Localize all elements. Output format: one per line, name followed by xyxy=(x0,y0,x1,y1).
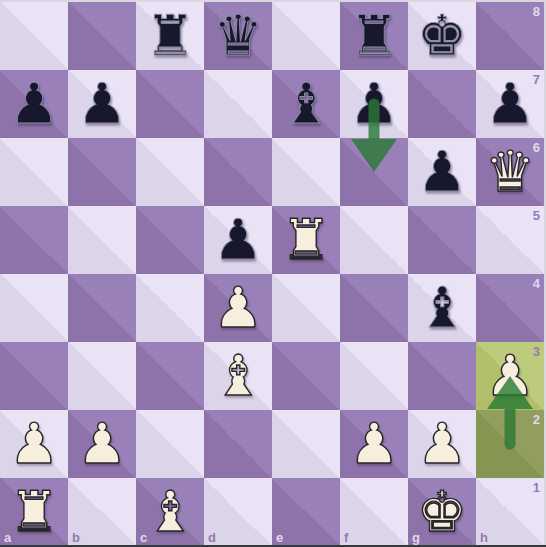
square-g1[interactable]: g♚ xyxy=(408,478,476,546)
white-pawn-b2[interactable]: ♟ xyxy=(68,410,136,478)
square-a7[interactable]: ♟ xyxy=(0,70,68,138)
square-c1[interactable]: c♝ xyxy=(136,478,204,546)
square-a2[interactable]: ♟ xyxy=(0,410,68,478)
square-h3[interactable]: 3♟ xyxy=(476,342,544,410)
square-f5[interactable] xyxy=(340,206,408,274)
square-f7[interactable]: ♟ xyxy=(340,70,408,138)
square-h6[interactable]: 6♛ xyxy=(476,138,544,206)
square-e5[interactable]: ♜ xyxy=(272,206,340,274)
square-e3[interactable] xyxy=(272,342,340,410)
square-b1[interactable]: b xyxy=(68,478,136,546)
square-d6[interactable] xyxy=(204,138,272,206)
black-pawn-b7[interactable]: ♟ xyxy=(68,70,136,138)
square-e2[interactable] xyxy=(272,410,340,478)
square-c6[interactable] xyxy=(136,138,204,206)
black-pawn-g6[interactable]: ♟ xyxy=(408,138,476,206)
rank-label-8: 8 xyxy=(533,5,540,18)
black-rook-f8[interactable]: ♜ xyxy=(340,2,408,70)
square-a5[interactable] xyxy=(0,206,68,274)
chess-board-page: ♜♛♜♚8♟♟♝♟7♟♟6♛♟♜5♟♝4♝3♟♟♟♟♟2a♜bc♝defg♚1h xyxy=(0,0,546,547)
square-h1[interactable]: 1h xyxy=(476,478,544,546)
square-b7[interactable]: ♟ xyxy=(68,70,136,138)
white-rook-e5[interactable]: ♜ xyxy=(272,206,340,274)
square-c5[interactable] xyxy=(136,206,204,274)
square-g8[interactable]: ♚ xyxy=(408,2,476,70)
square-e6[interactable] xyxy=(272,138,340,206)
square-h8[interactable]: 8 xyxy=(476,2,544,70)
square-d5[interactable]: ♟ xyxy=(204,206,272,274)
square-d4[interactable]: ♟ xyxy=(204,274,272,342)
square-a1[interactable]: a♜ xyxy=(0,478,68,546)
square-a6[interactable] xyxy=(0,138,68,206)
white-pawn-g2[interactable]: ♟ xyxy=(408,410,476,478)
file-label-e: e xyxy=(276,531,283,544)
square-b5[interactable] xyxy=(68,206,136,274)
square-a3[interactable] xyxy=(0,342,68,410)
black-pawn-h7[interactable]: ♟ xyxy=(476,70,544,138)
white-pawn-a2[interactable]: ♟ xyxy=(0,410,68,478)
square-c2[interactable] xyxy=(136,410,204,478)
file-label-b: b xyxy=(72,531,80,544)
file-label-d: d xyxy=(208,531,216,544)
black-rook-c8[interactable]: ♜ xyxy=(136,2,204,70)
black-bishop-g4[interactable]: ♝ xyxy=(408,274,476,342)
square-g5[interactable] xyxy=(408,206,476,274)
white-queen-h6[interactable]: ♛ xyxy=(476,138,544,206)
square-g6[interactable]: ♟ xyxy=(408,138,476,206)
white-pawn-d4[interactable]: ♟ xyxy=(204,274,272,342)
square-b8[interactable] xyxy=(68,2,136,70)
square-f6[interactable] xyxy=(340,138,408,206)
square-c3[interactable] xyxy=(136,342,204,410)
rank-label-5: 5 xyxy=(533,209,540,222)
white-pawn-f2[interactable]: ♟ xyxy=(340,410,408,478)
white-rook-a1[interactable]: ♜ xyxy=(0,478,68,546)
rank-label-1: 1 xyxy=(533,481,540,494)
white-king-g1[interactable]: ♚ xyxy=(408,478,476,546)
square-g2[interactable]: ♟ xyxy=(408,410,476,478)
square-d2[interactable] xyxy=(204,410,272,478)
black-pawn-d5[interactable]: ♟ xyxy=(204,206,272,274)
square-c4[interactable] xyxy=(136,274,204,342)
square-b3[interactable] xyxy=(68,342,136,410)
square-d1[interactable]: d xyxy=(204,478,272,546)
square-b4[interactable] xyxy=(68,274,136,342)
square-g3[interactable] xyxy=(408,342,476,410)
rank-label-4: 4 xyxy=(533,277,540,290)
square-e7[interactable]: ♝ xyxy=(272,70,340,138)
square-e4[interactable] xyxy=(272,274,340,342)
chess-board: ♜♛♜♚8♟♟♝♟7♟♟6♛♟♜5♟♝4♝3♟♟♟♟♟2a♜bc♝defg♚1h xyxy=(0,2,544,546)
square-a4[interactable] xyxy=(0,274,68,342)
black-bishop-e7[interactable]: ♝ xyxy=(272,70,340,138)
square-b6[interactable] xyxy=(68,138,136,206)
square-c7[interactable] xyxy=(136,70,204,138)
square-e1[interactable]: e xyxy=(272,478,340,546)
square-c8[interactable]: ♜ xyxy=(136,2,204,70)
square-h4[interactable]: 4 xyxy=(476,274,544,342)
square-f2[interactable]: ♟ xyxy=(340,410,408,478)
black-queen-d8[interactable]: ♛ xyxy=(204,2,272,70)
black-king-g8[interactable]: ♚ xyxy=(408,2,476,70)
white-bishop-c1[interactable]: ♝ xyxy=(136,478,204,546)
square-d7[interactable] xyxy=(204,70,272,138)
square-d3[interactable]: ♝ xyxy=(204,342,272,410)
file-label-h: h xyxy=(480,531,488,544)
square-h5[interactable]: 5 xyxy=(476,206,544,274)
file-label-f: f xyxy=(344,531,348,544)
square-f1[interactable]: f xyxy=(340,478,408,546)
square-f3[interactable] xyxy=(340,342,408,410)
square-e8[interactable] xyxy=(272,2,340,70)
square-f4[interactable] xyxy=(340,274,408,342)
square-h2[interactable]: 2 xyxy=(476,410,544,478)
white-pawn-h3[interactable]: ♟ xyxy=(476,342,544,410)
square-g7[interactable] xyxy=(408,70,476,138)
square-g4[interactable]: ♝ xyxy=(408,274,476,342)
white-bishop-d3[interactable]: ♝ xyxy=(204,342,272,410)
square-h7[interactable]: 7♟ xyxy=(476,70,544,138)
square-a8[interactable] xyxy=(0,2,68,70)
black-pawn-a7[interactable]: ♟ xyxy=(0,70,68,138)
black-pawn-f7[interactable]: ♟ xyxy=(340,70,408,138)
square-b2[interactable]: ♟ xyxy=(68,410,136,478)
rank-label-2: 2 xyxy=(533,413,540,426)
square-d8[interactable]: ♛ xyxy=(204,2,272,70)
square-f8[interactable]: ♜ xyxy=(340,2,408,70)
